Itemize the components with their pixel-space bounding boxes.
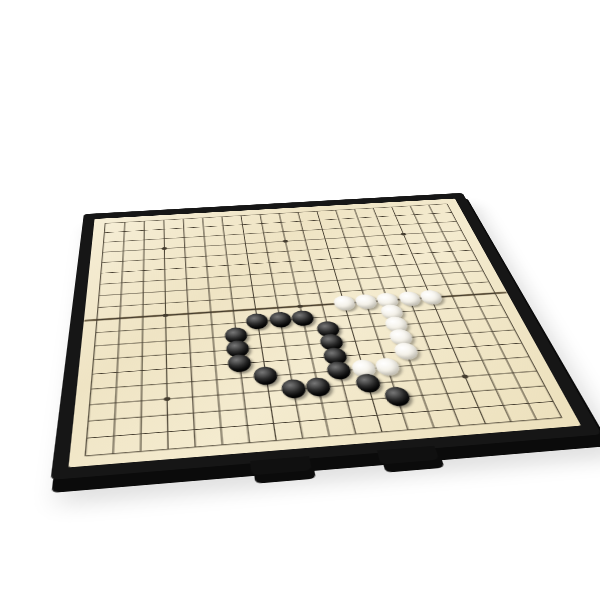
- product-photo-scene: [0, 0, 600, 600]
- black-stone[interactable]: [280, 379, 307, 399]
- white-stone[interactable]: [353, 293, 378, 309]
- black-stone[interactable]: [383, 386, 413, 407]
- grid-line-horizontal: [92, 343, 521, 374]
- white-stone[interactable]: [373, 357, 401, 376]
- black-stone[interactable]: [227, 354, 252, 373]
- white-stone[interactable]: [383, 316, 410, 333]
- grid-line-horizontal: [88, 386, 544, 421]
- star-point: [163, 314, 169, 318]
- black-stone[interactable]: [354, 373, 383, 393]
- white-stone[interactable]: [332, 295, 357, 311]
- white-stone[interactable]: [388, 329, 415, 347]
- stones-layer: [68, 199, 581, 468]
- board-surface[interactable]: [68, 199, 581, 468]
- grid-line-horizontal: [90, 371, 537, 405]
- black-stone[interactable]: [326, 361, 353, 380]
- go-board: [51, 193, 600, 480]
- black-stone[interactable]: [224, 327, 248, 344]
- black-stone[interactable]: [290, 310, 315, 327]
- grid-line-horizontal: [95, 317, 508, 346]
- white-stone[interactable]: [350, 359, 378, 378]
- black-stone[interactable]: [268, 311, 292, 328]
- grid-line-horizontal: [87, 401, 553, 438]
- white-stone[interactable]: [392, 342, 420, 360]
- white-stone[interactable]: [396, 291, 422, 307]
- board-frame: [51, 193, 600, 480]
- white-stone[interactable]: [379, 304, 405, 320]
- grid-line-horizontal: [91, 357, 529, 389]
- black-stone[interactable]: [226, 340, 250, 358]
- black-stone[interactable]: [322, 347, 349, 366]
- star-point: [164, 397, 171, 401]
- black-stone[interactable]: [253, 366, 279, 386]
- fold-latch-left: [250, 456, 312, 475]
- black-stone[interactable]: [316, 321, 342, 338]
- grid-line-horizontal: [94, 330, 515, 360]
- star-point: [461, 374, 469, 378]
- black-stone[interactable]: [305, 377, 333, 397]
- star-point: [315, 385, 322, 389]
- fold-latch-right: [377, 446, 439, 465]
- black-stone[interactable]: [319, 333, 345, 351]
- white-stone[interactable]: [418, 289, 444, 305]
- grid-line-horizontal: [96, 305, 501, 333]
- black-stone[interactable]: [246, 313, 270, 330]
- grid-line-horizontal: [85, 418, 561, 456]
